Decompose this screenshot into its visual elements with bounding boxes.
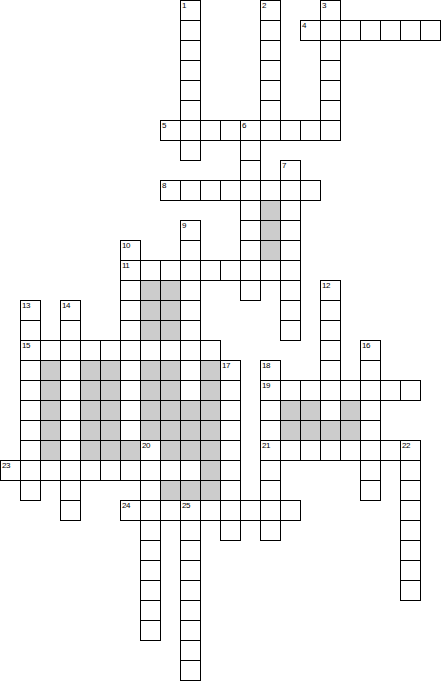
cell-c9-r26[interactable] [180, 520, 201, 541]
cell-c16-r14[interactable]: 12 [320, 280, 341, 301]
cell-c8-r25[interactable] [160, 500, 181, 521]
cell-c7-r29[interactable] [140, 580, 161, 601]
cell-c16-r3[interactable] [320, 60, 341, 81]
cell-c8-r6[interactable]: 5 [160, 120, 181, 141]
cell-c1-r19[interactable] [20, 380, 41, 401]
cell-c8-r13[interactable] [160, 260, 181, 281]
shaded-cell-c13-r10[interactable] [260, 200, 281, 221]
cell-c16-r15[interactable] [320, 300, 341, 321]
cell-c10-r13[interactable] [200, 260, 221, 281]
cell-c12-r14[interactable] [240, 280, 261, 301]
shaded-cell-c10-r24[interactable] [200, 480, 221, 501]
crossword-grid: 1234567891011121314151617181920212223242… [0, 0, 441, 681]
cell-c7-r25[interactable] [140, 500, 161, 521]
cell-c18-r21[interactable] [360, 420, 381, 441]
shaded-cell-c10-r20[interactable] [200, 400, 221, 421]
cell-c19-r22[interactable] [380, 440, 401, 461]
cell-c16-r20[interactable] [320, 400, 341, 421]
cell-c11-r13[interactable] [220, 260, 241, 281]
cell-c3-r22[interactable] [60, 440, 81, 461]
cell-c7-r24[interactable] [140, 480, 161, 501]
cell-c3-r23[interactable] [60, 460, 81, 481]
shaded-cell-c15-r21[interactable] [300, 420, 321, 441]
cell-c9-r32[interactable] [180, 640, 201, 661]
cell-c9-r17[interactable] [180, 340, 201, 361]
cell-c14-r22[interactable] [280, 440, 301, 461]
clue-number-4: 4 [302, 21, 306, 30]
clue-number-11: 11 [122, 261, 129, 270]
clue-number-16: 16 [362, 341, 370, 350]
shaded-cell-c4-r19[interactable] [80, 380, 101, 401]
cell-c3-r17[interactable] [60, 340, 81, 361]
cell-c20-r24[interactable] [400, 480, 421, 501]
cell-c18-r1[interactable] [360, 20, 381, 41]
clue-number-3: 3 [322, 1, 326, 10]
cell-c13-r18[interactable]: 18 [260, 360, 281, 381]
cell-c9-r30[interactable] [180, 600, 201, 621]
cell-c18-r18[interactable] [360, 360, 381, 381]
cell-c1-r16[interactable] [20, 320, 41, 341]
cell-c12-r12[interactable] [240, 240, 261, 261]
cell-c17-r22[interactable] [340, 440, 361, 461]
shaded-cell-c6-r22[interactable] [120, 440, 141, 461]
cell-c6-r15[interactable] [120, 300, 141, 321]
cell-c11-r18[interactable]: 17 [220, 360, 241, 381]
cell-c13-r0[interactable]: 2 [260, 0, 281, 21]
cell-c16-r0[interactable]: 3 [320, 0, 341, 21]
cell-c4-r23[interactable] [80, 460, 101, 481]
cell-c12-r6[interactable]: 6 [240, 120, 261, 141]
cell-c7-r28[interactable] [140, 560, 161, 581]
cell-c5-r17[interactable] [100, 340, 121, 361]
cell-c4-r17[interactable] [80, 340, 101, 361]
cell-c14-r25[interactable] [280, 500, 301, 521]
shaded-cell-c17-r21[interactable] [340, 420, 361, 441]
cell-c13-r2[interactable] [260, 40, 281, 61]
clue-number-17: 17 [222, 361, 230, 370]
cell-c6-r19[interactable] [120, 380, 141, 401]
cell-c14-r15[interactable] [280, 300, 301, 321]
cell-c13-r24[interactable] [260, 480, 281, 501]
cell-c12-r9[interactable] [240, 180, 261, 201]
cell-c20-r22[interactable]: 22 [400, 440, 421, 461]
cell-c13-r4[interactable] [260, 80, 281, 101]
cell-c20-r19[interactable] [400, 380, 421, 401]
cell-c10-r9[interactable] [200, 180, 221, 201]
shaded-cell-c2-r19[interactable] [40, 380, 61, 401]
clue-number-6: 6 [242, 121, 246, 130]
shaded-cell-c15-r20[interactable] [300, 400, 321, 421]
cell-c11-r6[interactable] [220, 120, 241, 141]
clue-number-8: 8 [162, 181, 166, 190]
shaded-cell-c9-r22[interactable] [180, 440, 201, 461]
cell-c19-r1[interactable] [380, 20, 401, 41]
cell-c21-r1[interactable] [420, 20, 441, 41]
clue-number-15: 15 [22, 341, 30, 350]
shaded-cell-c8-r18[interactable] [160, 360, 181, 381]
cell-c9-r23[interactable] [180, 460, 201, 481]
cell-c9-r18[interactable] [180, 360, 201, 381]
shaded-cell-c10-r21[interactable] [200, 420, 221, 441]
shaded-cell-c8-r16[interactable] [160, 320, 181, 341]
cell-c16-r22[interactable] [320, 440, 341, 461]
cell-c13-r23[interactable] [260, 460, 281, 481]
cell-c13-r6[interactable] [260, 120, 281, 141]
cell-c20-r1[interactable] [400, 20, 421, 41]
cell-c2-r23[interactable] [40, 460, 61, 481]
cell-c1-r20[interactable] [20, 400, 41, 421]
cell-c9-r15[interactable] [180, 300, 201, 321]
cell-c13-r22[interactable]: 21 [260, 440, 281, 461]
cell-c1-r24[interactable] [20, 480, 41, 501]
shaded-cell-c4-r20[interactable] [80, 400, 101, 421]
cell-c13-r26[interactable] [260, 520, 281, 541]
cell-c1-r22[interactable] [20, 440, 41, 461]
cell-c14-r19[interactable] [280, 380, 301, 401]
cell-c7-r13[interactable] [140, 260, 161, 281]
cell-c3-r18[interactable] [60, 360, 81, 381]
shaded-cell-c4-r22[interactable] [80, 440, 101, 461]
cell-c7-r22[interactable]: 20 [140, 440, 161, 461]
cell-c5-r23[interactable] [100, 460, 121, 481]
shaded-cell-c14-r20[interactable] [280, 400, 301, 421]
cell-c11-r23[interactable] [220, 460, 241, 481]
cell-c13-r20[interactable] [260, 400, 281, 421]
cell-c9-r6[interactable] [180, 120, 201, 141]
clue-number-18: 18 [262, 361, 270, 370]
cell-c15-r1[interactable]: 4 [300, 20, 321, 41]
cell-c9-r28[interactable] [180, 560, 201, 581]
shaded-cell-c4-r21[interactable] [80, 420, 101, 441]
cell-c15-r19[interactable] [300, 380, 321, 401]
cell-c6-r14[interactable] [120, 280, 141, 301]
cell-c6-r21[interactable] [120, 420, 141, 441]
cell-c13-r21[interactable] [260, 420, 281, 441]
cell-c20-r25[interactable] [400, 500, 421, 521]
cell-c13-r3[interactable] [260, 60, 281, 81]
shaded-cell-c2-r21[interactable] [40, 420, 61, 441]
cell-c3-r15[interactable]: 14 [60, 300, 81, 321]
cell-c12-r11[interactable] [240, 220, 261, 241]
cell-c15-r22[interactable] [300, 440, 321, 461]
cell-c17-r19[interactable] [340, 380, 361, 401]
cell-c13-r9[interactable] [260, 180, 281, 201]
cell-c9-r1[interactable] [180, 20, 201, 41]
cell-c16-r1[interactable] [320, 20, 341, 41]
cell-c3-r21[interactable] [60, 420, 81, 441]
cell-c6-r12[interactable]: 10 [120, 240, 141, 261]
cell-c1-r23[interactable] [20, 460, 41, 481]
shaded-cell-c14-r21[interactable] [280, 420, 301, 441]
shaded-cell-c9-r24[interactable] [180, 480, 201, 501]
cell-c6-r13[interactable]: 11 [120, 260, 141, 281]
cell-c12-r13[interactable] [240, 260, 261, 281]
cell-c9-r2[interactable] [180, 40, 201, 61]
cell-c1-r17[interactable]: 15 [20, 340, 41, 361]
cell-c10-r17[interactable] [200, 340, 221, 361]
shaded-cell-c7-r16[interactable] [140, 320, 161, 341]
cell-c9-r19[interactable] [180, 380, 201, 401]
clue-number-21: 21 [262, 441, 270, 450]
shaded-cell-c10-r22[interactable] [200, 440, 221, 461]
clue-number-20: 20 [142, 441, 150, 450]
shaded-cell-c5-r22[interactable] [100, 440, 121, 461]
cell-c14-r14[interactable] [280, 280, 301, 301]
cell-c7-r26[interactable] [140, 520, 161, 541]
cell-c3-r25[interactable] [60, 500, 81, 521]
shaded-cell-c5-r18[interactable] [100, 360, 121, 381]
cell-c13-r13[interactable] [260, 260, 281, 281]
shaded-cell-c5-r20[interactable] [100, 400, 121, 421]
cell-c13-r5[interactable] [260, 100, 281, 121]
cell-c11-r20[interactable] [220, 400, 241, 421]
cell-c14-r6[interactable] [280, 120, 301, 141]
shaded-cell-c8-r22[interactable] [160, 440, 181, 461]
cell-c9-r11[interactable]: 9 [180, 220, 201, 241]
cell-c16-r16[interactable] [320, 320, 341, 341]
cell-c9-r3[interactable] [180, 60, 201, 81]
shaded-cell-c8-r15[interactable] [160, 300, 181, 321]
clue-number-23: 23 [2, 461, 10, 470]
shaded-cell-c9-r20[interactable] [180, 400, 201, 421]
cell-c1-r18[interactable] [20, 360, 41, 381]
shaded-cell-c17-r20[interactable] [340, 400, 361, 421]
cell-c8-r23[interactable] [160, 460, 181, 481]
shaded-cell-c2-r18[interactable] [40, 360, 61, 381]
shaded-cell-c4-r18[interactable] [80, 360, 101, 381]
cell-c8-r9[interactable]: 8 [160, 180, 181, 201]
cell-c14-r9[interactable] [280, 180, 301, 201]
cell-c20-r26[interactable] [400, 520, 421, 541]
cell-c3-r20[interactable] [60, 400, 81, 421]
cell-c11-r19[interactable] [220, 380, 241, 401]
clue-number-24: 24 [122, 501, 130, 510]
cell-c12-r7[interactable] [240, 140, 261, 161]
cell-c18-r17[interactable]: 16 [360, 340, 381, 361]
cell-c9-r29[interactable] [180, 580, 201, 601]
shaded-cell-c8-r20[interactable] [160, 400, 181, 421]
cell-c16-r19[interactable] [320, 380, 341, 401]
cell-c14-r16[interactable] [280, 320, 301, 341]
cell-c20-r23[interactable] [400, 460, 421, 481]
cell-c14-r13[interactable] [280, 260, 301, 281]
shaded-cell-c10-r18[interactable] [200, 360, 221, 381]
shaded-cell-c8-r21[interactable] [160, 420, 181, 441]
cell-c7-r23[interactable] [140, 460, 161, 481]
shaded-cell-c8-r14[interactable] [160, 280, 181, 301]
shaded-cell-c7-r15[interactable] [140, 300, 161, 321]
shaded-cell-c7-r14[interactable] [140, 280, 161, 301]
cell-c3-r24[interactable] [60, 480, 81, 501]
cell-c13-r25[interactable] [260, 500, 281, 521]
clue-number-1: 1 [182, 1, 186, 10]
cell-c7-r31[interactable] [140, 620, 161, 641]
shaded-cell-c8-r24[interactable] [160, 480, 181, 501]
cell-c16-r4[interactable] [320, 80, 341, 101]
cell-c18-r20[interactable] [360, 400, 381, 421]
cell-c6-r16[interactable] [120, 320, 141, 341]
cell-c16-r17[interactable] [320, 340, 341, 361]
clue-number-19: 19 [262, 381, 270, 390]
cell-c7-r27[interactable] [140, 540, 161, 561]
cell-c1-r21[interactable] [20, 420, 41, 441]
cell-c12-r8[interactable] [240, 160, 261, 181]
cell-c12-r25[interactable] [240, 500, 261, 521]
shaded-cell-c13-r12[interactable] [260, 240, 281, 261]
cell-c9-r13[interactable] [180, 260, 201, 281]
shaded-cell-c2-r20[interactable] [40, 400, 61, 421]
cell-c8-r17[interactable] [160, 340, 181, 361]
cell-c6-r17[interactable] [120, 340, 141, 361]
clue-number-14: 14 [62, 301, 70, 310]
cell-c3-r19[interactable] [60, 380, 81, 401]
cell-c14-r11[interactable] [280, 220, 301, 241]
cell-c3-r16[interactable] [60, 320, 81, 341]
shaded-cell-c10-r23[interactable] [200, 460, 221, 481]
cell-c18-r24[interactable] [360, 480, 381, 501]
cell-c14-r8[interactable]: 7 [280, 160, 301, 181]
cell-c20-r29[interactable] [400, 580, 421, 601]
clue-number-7: 7 [282, 161, 286, 170]
cell-c9-r31[interactable] [180, 620, 201, 641]
cell-c17-r1[interactable] [340, 20, 361, 41]
cell-c18-r19[interactable] [360, 380, 381, 401]
cell-c6-r20[interactable] [120, 400, 141, 421]
clue-number-10: 10 [122, 241, 130, 250]
shaded-cell-c10-r19[interactable] [200, 380, 221, 401]
cell-c9-r27[interactable] [180, 540, 201, 561]
cell-c15-r9[interactable] [300, 180, 321, 201]
cell-c9-r16[interactable] [180, 320, 201, 341]
shaded-cell-c5-r21[interactable] [100, 420, 121, 441]
cell-c10-r25[interactable] [200, 500, 221, 521]
cell-c11-r9[interactable] [220, 180, 241, 201]
shaded-cell-c5-r19[interactable] [100, 380, 121, 401]
cell-c9-r4[interactable] [180, 80, 201, 101]
cell-c0-r23[interactable]: 23 [0, 460, 21, 481]
cell-c11-r26[interactable] [220, 520, 241, 541]
shaded-cell-c16-r21[interactable] [320, 420, 341, 441]
clue-number-9: 9 [182, 221, 186, 230]
cell-c12-r10[interactable] [240, 200, 261, 221]
clue-number-5: 5 [162, 121, 166, 130]
shaded-cell-c7-r20[interactable] [140, 400, 161, 421]
cell-c11-r21[interactable] [220, 420, 241, 441]
shaded-cell-c7-r21[interactable] [140, 420, 161, 441]
cell-c13-r19[interactable]: 19 [260, 380, 281, 401]
cell-c9-r25[interactable]: 25 [180, 500, 201, 521]
cell-c9-r14[interactable] [180, 280, 201, 301]
cell-c6-r18[interactable] [120, 360, 141, 381]
cell-c11-r22[interactable] [220, 440, 241, 461]
cell-c19-r19[interactable] [380, 380, 401, 401]
shaded-cell-c2-r22[interactable] [40, 440, 61, 461]
cell-c6-r25[interactable]: 24 [120, 500, 141, 521]
shaded-cell-c7-r19[interactable] [140, 380, 161, 401]
cell-c7-r17[interactable] [140, 340, 161, 361]
clue-number-25: 25 [182, 501, 190, 510]
cell-c16-r2[interactable] [320, 40, 341, 61]
clue-number-13: 13 [22, 301, 30, 310]
cell-c11-r25[interactable] [220, 500, 241, 521]
cell-c2-r17[interactable] [40, 340, 61, 361]
shaded-cell-c7-r18[interactable] [140, 360, 161, 381]
cell-c9-r0[interactable]: 1 [180, 0, 201, 21]
cell-c9-r5[interactable] [180, 100, 201, 121]
cell-c14-r12[interactable] [280, 240, 301, 261]
shaded-cell-c8-r19[interactable] [160, 380, 181, 401]
cell-c20-r28[interactable] [400, 560, 421, 581]
cell-c10-r6[interactable] [200, 120, 221, 141]
cell-c18-r22[interactable] [360, 440, 381, 461]
cell-c18-r23[interactable] [360, 460, 381, 481]
cell-c14-r10[interactable] [280, 200, 301, 221]
clue-number-12: 12 [322, 281, 330, 290]
cell-c16-r6[interactable] [320, 120, 341, 141]
cell-c20-r27[interactable] [400, 540, 421, 561]
cell-c9-r7[interactable] [180, 140, 201, 161]
clue-number-2: 2 [262, 1, 266, 10]
cell-c15-r6[interactable] [300, 120, 321, 141]
shaded-cell-c13-r11[interactable] [260, 220, 281, 241]
cell-c6-r23[interactable] [120, 460, 141, 481]
cell-c9-r9[interactable] [180, 180, 201, 201]
cell-c9-r12[interactable] [180, 240, 201, 261]
cell-c13-r1[interactable] [260, 20, 281, 41]
shaded-cell-c9-r21[interactable] [180, 420, 201, 441]
cell-c16-r18[interactable] [320, 360, 341, 381]
clue-number-22: 22 [402, 441, 410, 450]
cell-c16-r5[interactable] [320, 100, 341, 121]
cell-c7-r30[interactable] [140, 600, 161, 621]
cell-c1-r15[interactable]: 13 [20, 300, 41, 321]
cell-c9-r33[interactable] [180, 660, 201, 681]
cell-c11-r24[interactable] [220, 480, 241, 501]
